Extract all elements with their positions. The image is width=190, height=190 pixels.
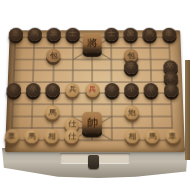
board-cell-5-3 — [102, 65, 122, 76]
board-cell-4-1: 將 — [83, 43, 102, 54]
board-cell-7-5: 卒 — [141, 88, 161, 99]
board-cell-0-2 — [5, 54, 25, 65]
piece-light-仕-3-9[interactable]: 仕 — [64, 129, 79, 143]
piece-light-馬-1-9[interactable]: 馬 — [24, 129, 39, 143]
board-cell-7-0: 馬 — [140, 32, 160, 43]
board-cell-6-0: 象 — [121, 32, 140, 43]
piece-dark-士-5-0[interactable]: 士 — [104, 27, 118, 40]
board-cell-3-3 — [63, 65, 83, 76]
piece-light-兵-4-5[interactable]: 兵 — [85, 83, 100, 97]
board-cell-7-9: 馬 — [142, 134, 162, 146]
board-cell-8-5: 卒 — [161, 88, 181, 99]
piece-dark-車-0-0[interactable]: 車 — [8, 27, 23, 40]
board-cell-2-7: 馬 — [42, 111, 62, 123]
board-cell-4-5: 兵 — [82, 88, 102, 99]
xiangqi-board-photo: 車馬象士士象馬車將包包卒卒卒卒卒卒兵兵卒卒卒卒馬炮仕帥車馬相仕相馬車 — [0, 0, 190, 190]
piece-light-帥-4-8[interactable]: 帥 — [82, 112, 102, 134]
board-cell-7-2 — [141, 54, 161, 65]
board-cell-2-5: 卒 — [43, 88, 63, 99]
board-cell-8-1 — [160, 43, 180, 54]
board-cell-0-6 — [3, 99, 23, 111]
board-cell-1-3 — [24, 65, 44, 76]
board-cell-1-2 — [24, 54, 44, 65]
board-cell-5-8 — [102, 122, 122, 134]
board-cell-5-5: 卒 — [102, 88, 122, 99]
board-cell-7-6 — [142, 99, 162, 111]
piece-light-馬-7-9[interactable]: 馬 — [145, 129, 160, 143]
board-cell-3-6 — [62, 99, 82, 111]
board-cell-5-1 — [102, 43, 121, 54]
board-cell-4-6 — [82, 99, 102, 111]
board-cell-2-0: 象 — [44, 32, 63, 43]
board-cell-1-0: 馬 — [25, 32, 45, 43]
board-grid: 車馬象士士象馬車將包包卒卒卒卒卒卒兵兵卒卒卒卒馬炮仕帥車馬相仕相馬車 — [1, 32, 183, 146]
piece-dark-象-6-0[interactable]: 象 — [123, 27, 137, 40]
board-cell-0-3 — [4, 65, 24, 76]
board-cell-8-9: 車 — [162, 134, 183, 146]
board-cell-5-7 — [102, 111, 122, 123]
piece-dark-車-8-0[interactable]: 車 — [162, 27, 177, 40]
box-clasp-icon — [88, 155, 99, 169]
box-front — [2, 148, 188, 178]
piece-dark-馬-1-0[interactable]: 馬 — [27, 27, 42, 40]
piece-dark-卒-5-5[interactable]: 卒 — [105, 83, 120, 97]
piece-light-炮-6-7[interactable]: 炮 — [125, 106, 140, 120]
board-cell-3-2 — [63, 54, 83, 65]
piece-light-車-8-9[interactable]: 車 — [165, 129, 180, 143]
board-cell-7-1 — [140, 43, 160, 54]
board-cell-1-1 — [24, 43, 44, 54]
board-cell-3-5: 兵 — [63, 88, 83, 99]
board-surface: 車馬象士士象馬車將包包卒卒卒卒卒卒兵兵卒卒卒卒馬炮仕帥車馬相仕相馬車 — [5, 30, 185, 152]
piece-dark-卒-1-5[interactable]: 卒 — [26, 83, 41, 97]
board-cell-0-5: 卒 — [3, 88, 23, 99]
board-cell-1-9: 馬 — [21, 134, 41, 146]
board-cell-3-1 — [63, 43, 82, 54]
piece-light-兵-3-5[interactable]: 兵 — [65, 83, 80, 97]
piece-dark-卒-8-5[interactable]: 卒 — [163, 83, 178, 97]
board-cell-6-3: 卒 — [121, 65, 141, 76]
piece-dark-卒-6-5[interactable]: 卒 — [124, 83, 139, 97]
piece-dark-卒-7-5[interactable]: 卒 — [144, 83, 159, 97]
board-cell-1-6 — [23, 99, 43, 111]
board-cell-4-9 — [82, 134, 102, 146]
board-cell-5-0: 士 — [102, 32, 121, 43]
piece-med-包-2-2[interactable]: 包 — [46, 49, 61, 62]
board-cell-7-3 — [141, 65, 161, 76]
piece-dark-卒-2-5[interactable]: 卒 — [45, 83, 60, 97]
board-cell-4-3 — [82, 65, 102, 76]
board-cell-8-6 — [161, 99, 181, 111]
board-cell-2-2: 包 — [44, 54, 64, 65]
board-cell-4-8: 帥 — [82, 122, 102, 134]
piece-light-相-6-9[interactable]: 相 — [125, 129, 140, 143]
piece-dark-象-2-0[interactable]: 象 — [47, 27, 61, 40]
piece-dark-馬-7-0[interactable]: 馬 — [143, 27, 158, 40]
piece-light-馬-2-7[interactable]: 馬 — [45, 106, 60, 120]
box-right-side — [185, 60, 190, 160]
board-cell-8-7 — [162, 111, 182, 123]
board-cell-6-7: 炮 — [122, 111, 142, 123]
board-cell-4-2 — [83, 54, 102, 65]
board-cell-0-0: 車 — [6, 32, 26, 43]
piece-dark-士-3-0[interactable]: 士 — [66, 27, 80, 40]
board-cell-6-9: 相 — [122, 134, 142, 146]
piece-dark-卒-0-5[interactable]: 卒 — [6, 83, 21, 97]
board-cell-8-0: 車 — [159, 32, 179, 43]
board-cell-0-1 — [5, 43, 25, 54]
board-cell-1-7 — [22, 111, 42, 123]
board-cell-3-0: 士 — [63, 32, 82, 43]
board-cell-0-7 — [2, 111, 22, 123]
board-cell-5-6 — [102, 99, 122, 111]
board-cell-1-5: 卒 — [23, 88, 43, 99]
board-cell-5-2 — [102, 54, 122, 65]
board-cell-2-9: 相 — [42, 134, 62, 146]
piece-dark-將-4-1[interactable]: 將 — [83, 33, 102, 53]
board-cell-6-5: 卒 — [122, 88, 142, 99]
board-cell-5-9 — [102, 134, 122, 146]
board-cell-7-7 — [142, 111, 162, 123]
board-cell-0-9: 車 — [1, 134, 22, 146]
piece-light-車-0-9[interactable]: 車 — [4, 129, 19, 143]
board-cell-2-3 — [43, 65, 63, 76]
piece-light-相-2-9[interactable]: 相 — [44, 129, 59, 143]
piece-dark-卒-6-3[interactable]: 卒 — [124, 60, 139, 74]
board-cell-3-9: 仕 — [62, 134, 82, 146]
